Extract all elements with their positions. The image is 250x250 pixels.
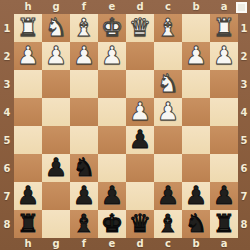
- square-a1[interactable]: ♜: [210, 14, 238, 42]
- rank-label-7: 7: [238, 182, 250, 210]
- file-labels-top: hgfedcba: [14, 0, 238, 14]
- square-b1[interactable]: [182, 14, 210, 42]
- rank-label-2: 2: [238, 42, 250, 70]
- square-g5[interactable]: [42, 126, 70, 154]
- square-f8[interactable]: ♝: [70, 210, 98, 238]
- square-d6[interactable]: [126, 154, 154, 182]
- black-knight[interactable]: ♞: [185, 210, 207, 238]
- white-pawn[interactable]: ♟: [17, 42, 39, 70]
- square-c1[interactable]: ♝: [154, 14, 182, 42]
- square-g8[interactable]: [42, 210, 70, 238]
- rank-label-3: 3: [0, 70, 14, 98]
- square-b7[interactable]: ♟: [182, 182, 210, 210]
- square-f1[interactable]: ♝: [70, 14, 98, 42]
- square-h7[interactable]: ♟: [14, 182, 42, 210]
- square-g1[interactable]: ♞: [42, 14, 70, 42]
- file-label-g: g: [42, 0, 70, 14]
- square-e4[interactable]: [98, 98, 126, 126]
- square-e1[interactable]: ♚: [98, 14, 126, 42]
- square-a3[interactable]: [210, 70, 238, 98]
- black-bishop[interactable]: ♝: [157, 210, 179, 238]
- white-pawn[interactable]: ♟: [185, 42, 207, 70]
- white-pawn[interactable]: ♟: [129, 98, 151, 126]
- file-label-e: e: [98, 0, 126, 14]
- file-labels-bottom: hgfedcba: [14, 238, 238, 250]
- black-pawn[interactable]: ♟: [45, 154, 67, 182]
- square-d3[interactable]: [126, 70, 154, 98]
- rank-label-6: 6: [0, 154, 14, 182]
- black-pawn[interactable]: ♟: [73, 182, 95, 210]
- square-c2[interactable]: [154, 42, 182, 70]
- square-b3[interactable]: [182, 70, 210, 98]
- square-e3[interactable]: [98, 70, 126, 98]
- file-label-h: h: [14, 238, 42, 250]
- square-f5[interactable]: [70, 126, 98, 154]
- square-h5[interactable]: [14, 126, 42, 154]
- square-a8[interactable]: ♜: [210, 210, 238, 238]
- square-f7[interactable]: ♟: [70, 182, 98, 210]
- square-f3[interactable]: [70, 70, 98, 98]
- rank-label-1: 1: [238, 14, 250, 42]
- chess-board: ♜♞♝♚♛♝♜♟♟♟♟♟♟♞♟♟♟♟♞♟♟♟♟♟♟♜♝♚♛♝♞♜: [14, 14, 238, 238]
- file-label-a: a: [210, 238, 238, 250]
- square-e6[interactable]: [98, 154, 126, 182]
- black-pawn[interactable]: ♟: [101, 182, 123, 210]
- square-d8[interactable]: ♛: [126, 210, 154, 238]
- square-h8[interactable]: ♜: [14, 210, 42, 238]
- square-a2[interactable]: ♟: [210, 42, 238, 70]
- file-label-g: g: [42, 238, 70, 250]
- white-pawn[interactable]: ♟: [157, 98, 179, 126]
- black-pawn[interactable]: ♟: [129, 126, 151, 154]
- square-d4[interactable]: ♟: [126, 98, 154, 126]
- square-e2[interactable]: ♟: [98, 42, 126, 70]
- square-a7[interactable]: ♟: [210, 182, 238, 210]
- rank-label-2: 2: [0, 42, 14, 70]
- rank-label-5: 5: [238, 126, 250, 154]
- square-c7[interactable]: ♟: [154, 182, 182, 210]
- file-label-a: a: [210, 0, 238, 14]
- square-b4[interactable]: [182, 98, 210, 126]
- file-label-d: d: [126, 0, 154, 14]
- white-knight[interactable]: ♞: [45, 14, 67, 42]
- square-c3[interactable]: ♞: [154, 70, 182, 98]
- square-e8[interactable]: ♚: [98, 210, 126, 238]
- square-b8[interactable]: ♞: [182, 210, 210, 238]
- square-g3[interactable]: [42, 70, 70, 98]
- white-rook[interactable]: ♜: [213, 14, 235, 42]
- square-c8[interactable]: ♝: [154, 210, 182, 238]
- white-pawn[interactable]: ♟: [73, 42, 95, 70]
- white-queen[interactable]: ♛: [129, 14, 151, 42]
- black-queen[interactable]: ♛: [129, 210, 151, 238]
- square-e5[interactable]: [98, 126, 126, 154]
- square-h1[interactable]: ♜: [14, 14, 42, 42]
- file-label-f: f: [70, 0, 98, 14]
- file-label-h: h: [14, 0, 42, 14]
- square-a6[interactable]: [210, 154, 238, 182]
- white-pawn[interactable]: ♟: [101, 42, 123, 70]
- black-pawn[interactable]: ♟: [157, 182, 179, 210]
- square-c4[interactable]: ♟: [154, 98, 182, 126]
- white-pawn[interactable]: ♟: [45, 42, 67, 70]
- rank-labels-right: 12345678: [238, 14, 250, 238]
- rank-label-1: 1: [0, 14, 14, 42]
- rank-label-6: 6: [238, 154, 250, 182]
- square-d7[interactable]: [126, 182, 154, 210]
- square-g6[interactable]: ♟: [42, 154, 70, 182]
- rank-label-4: 4: [0, 98, 14, 126]
- rank-label-8: 8: [238, 210, 250, 238]
- square-c5[interactable]: [154, 126, 182, 154]
- file-label-e: e: [98, 238, 126, 250]
- square-g7[interactable]: [42, 182, 70, 210]
- rank-label-3: 3: [238, 70, 250, 98]
- file-label-f: f: [70, 238, 98, 250]
- square-c6[interactable]: [154, 154, 182, 182]
- square-f4[interactable]: [70, 98, 98, 126]
- white-pawn[interactable]: ♟: [213, 42, 235, 70]
- square-g4[interactable]: [42, 98, 70, 126]
- file-label-c: c: [154, 238, 182, 250]
- white-to-move-indicator: [236, 2, 247, 13]
- white-rook[interactable]: ♜: [17, 14, 39, 42]
- square-b2[interactable]: ♟: [182, 42, 210, 70]
- file-label-c: c: [154, 0, 182, 14]
- black-pawn[interactable]: ♟: [17, 182, 39, 210]
- rank-label-7: 7: [0, 182, 14, 210]
- black-pawn[interactable]: ♟: [185, 182, 207, 210]
- white-king[interactable]: ♚: [101, 14, 123, 42]
- rank-label-4: 4: [238, 98, 250, 126]
- square-f2[interactable]: ♟: [70, 42, 98, 70]
- file-label-d: d: [126, 238, 154, 250]
- square-h3[interactable]: [14, 70, 42, 98]
- white-knight[interactable]: ♞: [157, 70, 179, 98]
- rank-label-8: 8: [0, 210, 14, 238]
- square-d2[interactable]: [126, 42, 154, 70]
- black-bishop[interactable]: ♝: [73, 210, 95, 238]
- white-bishop[interactable]: ♝: [157, 14, 179, 42]
- white-bishop[interactable]: ♝: [73, 14, 95, 42]
- chess-board-frame: hgfedcba hgfedcba 12345678 12345678 ♜♞♝♚…: [0, 0, 250, 250]
- black-pawn[interactable]: ♟: [213, 182, 235, 210]
- square-e7[interactable]: ♟: [98, 182, 126, 210]
- file-label-b: b: [182, 238, 210, 250]
- rank-label-5: 5: [0, 126, 14, 154]
- square-b5[interactable]: [182, 126, 210, 154]
- square-a5[interactable]: [210, 126, 238, 154]
- rank-labels-left: 12345678: [0, 14, 14, 238]
- square-b6[interactable]: [182, 154, 210, 182]
- square-d5[interactable]: ♟: [126, 126, 154, 154]
- black-knight[interactable]: ♞: [73, 154, 95, 182]
- square-h6[interactable]: [14, 154, 42, 182]
- square-h4[interactable]: [14, 98, 42, 126]
- square-d1[interactable]: ♛: [126, 14, 154, 42]
- square-f6[interactable]: ♞: [70, 154, 98, 182]
- file-label-b: b: [182, 0, 210, 14]
- black-rook[interactable]: ♜: [213, 210, 235, 238]
- square-g2[interactable]: ♟: [42, 42, 70, 70]
- square-h2[interactable]: ♟: [14, 42, 42, 70]
- black-rook[interactable]: ♜: [17, 210, 39, 238]
- square-a4[interactable]: [210, 98, 238, 126]
- black-king[interactable]: ♚: [101, 210, 123, 238]
